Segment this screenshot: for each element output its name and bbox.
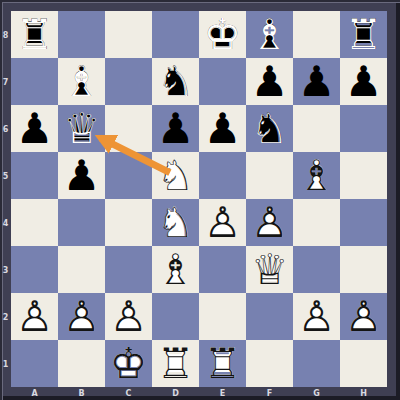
square-c3[interactable] bbox=[105, 246, 152, 293]
square-a2[interactable]: ♟♙ bbox=[11, 293, 58, 340]
black-king: ♚♔ bbox=[199, 11, 246, 58]
square-h5[interactable] bbox=[340, 152, 387, 199]
square-f5[interactable] bbox=[246, 152, 293, 199]
white-pawn: ♟♙ bbox=[58, 293, 105, 340]
black-pawn: ♟ bbox=[11, 105, 58, 152]
square-b1[interactable] bbox=[58, 340, 105, 387]
square-g6[interactable] bbox=[293, 105, 340, 152]
file-label-e: E bbox=[199, 389, 246, 398]
square-c4[interactable] bbox=[105, 199, 152, 246]
square-f7[interactable]: ♟ bbox=[246, 58, 293, 105]
white-king: ♚♔ bbox=[105, 340, 152, 387]
square-a8[interactable]: ♜♖ bbox=[11, 11, 58, 58]
square-g5[interactable]: ♝♗ bbox=[293, 152, 340, 199]
square-b6[interactable]: ♛♕ bbox=[58, 105, 105, 152]
square-g2[interactable]: ♟♙ bbox=[293, 293, 340, 340]
file-label-f: F bbox=[246, 389, 293, 398]
black-pawn: ♟ bbox=[340, 58, 387, 105]
square-h3[interactable] bbox=[340, 246, 387, 293]
square-b2[interactable]: ♟♙ bbox=[58, 293, 105, 340]
black-knight: ♞♘ bbox=[246, 105, 293, 152]
black-pawn: ♟ bbox=[199, 105, 246, 152]
file-label-b: B bbox=[58, 389, 105, 398]
square-h8[interactable]: ♜♖ bbox=[340, 11, 387, 58]
white-bishop: ♝♗ bbox=[293, 152, 340, 199]
square-b8[interactable] bbox=[58, 11, 105, 58]
square-c2[interactable]: ♟♙ bbox=[105, 293, 152, 340]
square-a6[interactable]: ♟ bbox=[11, 105, 58, 152]
square-e2[interactable] bbox=[199, 293, 246, 340]
white-pawn: ♟♙ bbox=[199, 199, 246, 246]
black-pawn: ♟ bbox=[246, 58, 293, 105]
white-pawn: ♟♙ bbox=[246, 199, 293, 246]
square-h6[interactable] bbox=[340, 105, 387, 152]
square-c7[interactable] bbox=[105, 58, 152, 105]
square-h4[interactable] bbox=[340, 199, 387, 246]
square-d2[interactable] bbox=[152, 293, 199, 340]
black-pawn: ♟ bbox=[58, 152, 105, 199]
square-g1[interactable] bbox=[293, 340, 340, 387]
square-b5[interactable]: ♟ bbox=[58, 152, 105, 199]
square-e1[interactable]: ♜♖ bbox=[199, 340, 246, 387]
file-label-c: C bbox=[105, 389, 152, 398]
square-g8[interactable] bbox=[293, 11, 340, 58]
file-label-a: A bbox=[11, 389, 58, 398]
white-rook: ♜♖ bbox=[152, 340, 199, 387]
rank-label-8: 8 bbox=[0, 31, 11, 40]
square-d4[interactable]: ♞♘ bbox=[152, 199, 199, 246]
square-b7[interactable]: ♝♗ bbox=[58, 58, 105, 105]
file-label-d: D bbox=[152, 389, 199, 398]
square-e5[interactable] bbox=[199, 152, 246, 199]
black-bishop: ♝♗ bbox=[58, 58, 105, 105]
square-f3[interactable]: ♛♕ bbox=[246, 246, 293, 293]
square-h7[interactable]: ♟ bbox=[340, 58, 387, 105]
square-f4[interactable]: ♟♙ bbox=[246, 199, 293, 246]
white-rook: ♜♖ bbox=[199, 340, 246, 387]
square-a1[interactable] bbox=[11, 340, 58, 387]
square-c5[interactable] bbox=[105, 152, 152, 199]
square-f1[interactable] bbox=[246, 340, 293, 387]
square-e8[interactable]: ♚♔ bbox=[199, 11, 246, 58]
file-label-h: H bbox=[340, 389, 387, 398]
square-c6[interactable] bbox=[105, 105, 152, 152]
square-d8[interactable] bbox=[152, 11, 199, 58]
rank-label-3: 3 bbox=[0, 266, 11, 275]
black-pawn: ♟ bbox=[293, 58, 340, 105]
rank-label-2: 2 bbox=[0, 313, 11, 322]
rank-label-7: 7 bbox=[0, 78, 11, 87]
white-pawn: ♟♙ bbox=[340, 293, 387, 340]
white-queen: ♛♕ bbox=[246, 246, 293, 293]
file-label-g: G bbox=[293, 389, 340, 398]
black-pawn: ♟ bbox=[152, 105, 199, 152]
white-bishop: ♝♗ bbox=[152, 246, 199, 293]
black-knight: ♞♘ bbox=[152, 58, 199, 105]
square-a3[interactable] bbox=[11, 246, 58, 293]
square-d1[interactable]: ♜♖ bbox=[152, 340, 199, 387]
black-rook: ♜♖ bbox=[11, 11, 58, 58]
square-e3[interactable] bbox=[199, 246, 246, 293]
square-a7[interactable] bbox=[11, 58, 58, 105]
square-e6[interactable]: ♟ bbox=[199, 105, 246, 152]
square-d5[interactable]: ♞♘ bbox=[152, 152, 199, 199]
white-knight: ♞♘ bbox=[152, 152, 199, 199]
square-a4[interactable] bbox=[11, 199, 58, 246]
square-g7[interactable]: ♟ bbox=[293, 58, 340, 105]
square-f2[interactable] bbox=[246, 293, 293, 340]
square-h1[interactable] bbox=[340, 340, 387, 387]
chess-board: ♜♖♚♔♝♗♜♖♝♗♞♘♟♟♟♟♛♕♟♟♞♘♟♞♘♝♗♞♘♟♙♟♙♝♗♛♕♟♙♟… bbox=[0, 0, 400, 400]
square-a5[interactable] bbox=[11, 152, 58, 199]
square-c1[interactable]: ♚♔ bbox=[105, 340, 152, 387]
white-pawn: ♟♙ bbox=[105, 293, 152, 340]
rank-label-1: 1 bbox=[0, 360, 11, 369]
square-d6[interactable]: ♟ bbox=[152, 105, 199, 152]
square-b3[interactable] bbox=[58, 246, 105, 293]
black-bishop: ♝♗ bbox=[246, 11, 293, 58]
squares-grid: ♜♖♚♔♝♗♜♖♝♗♞♘♟♟♟♟♛♕♟♟♞♘♟♞♘♝♗♞♘♟♙♟♙♝♗♛♕♟♙♟… bbox=[11, 11, 387, 387]
rank-label-6: 6 bbox=[0, 125, 11, 134]
rank-label-4: 4 bbox=[0, 219, 11, 228]
square-e4[interactable]: ♟♙ bbox=[199, 199, 246, 246]
square-d3[interactable]: ♝♗ bbox=[152, 246, 199, 293]
black-rook: ♜♖ bbox=[340, 11, 387, 58]
square-e7[interactable] bbox=[199, 58, 246, 105]
square-c8[interactable] bbox=[105, 11, 152, 58]
black-queen: ♛♕ bbox=[58, 105, 105, 152]
square-f6[interactable]: ♞♘ bbox=[246, 105, 293, 152]
square-f8[interactable]: ♝♗ bbox=[246, 11, 293, 58]
square-b4[interactable] bbox=[58, 199, 105, 246]
square-h2[interactable]: ♟♙ bbox=[340, 293, 387, 340]
square-g4[interactable] bbox=[293, 199, 340, 246]
white-pawn: ♟♙ bbox=[293, 293, 340, 340]
square-g3[interactable] bbox=[293, 246, 340, 293]
white-knight: ♞♘ bbox=[152, 199, 199, 246]
rank-label-5: 5 bbox=[0, 172, 11, 181]
white-pawn: ♟♙ bbox=[11, 293, 58, 340]
square-d7[interactable]: ♞♘ bbox=[152, 58, 199, 105]
